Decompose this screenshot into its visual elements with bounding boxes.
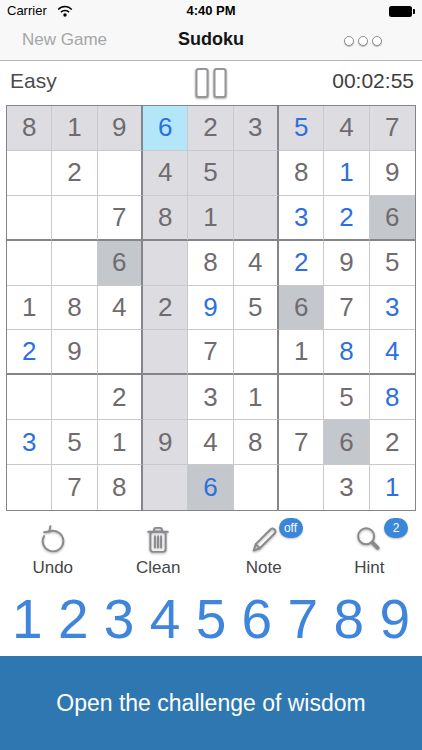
cell-r7c6[interactable]: 1 [234,375,279,420]
numpad-6[interactable]: 6 [242,586,273,652]
undo-label: Undo [32,558,73,578]
hint-button[interactable]: 2 Hint [317,518,422,586]
cell-r8c2[interactable]: 5 [52,420,97,465]
cell-r7c9[interactable]: 8 [370,375,415,420]
cell-r7c1[interactable] [7,375,52,420]
pause-icon [196,68,209,98]
cell-r2c5[interactable]: 5 [188,151,233,196]
pause-button[interactable] [196,68,227,98]
cell-r3c5[interactable]: 1 [188,196,233,241]
cell-r9c3[interactable]: 8 [98,465,143,510]
cell-r6c2[interactable]: 9 [52,330,97,375]
cell-r5c3[interactable]: 4 [98,286,143,331]
cell-r3c9[interactable]: 6 [370,196,415,241]
clean-label: Clean [136,558,180,578]
note-badge: off [279,518,303,538]
cell-r3c2[interactable] [52,196,97,241]
note-label: Note [246,558,282,578]
game-bar: Easy 00:02:55 [0,61,422,105]
cell-r7c2[interactable] [52,375,97,420]
cell-r6c8[interactable]: 8 [324,330,369,375]
cell-r2c4[interactable]: 4 [143,151,188,196]
cell-r3c6[interactable] [234,196,279,241]
cell-r2c3[interactable] [98,151,143,196]
cell-r6c7[interactable]: 1 [279,330,324,375]
cell-r8c6[interactable]: 8 [234,420,279,465]
promo-banner-text: Open the challenge of wisdom [56,690,365,717]
cell-r4c4[interactable] [143,241,188,286]
cell-r9c8[interactable]: 3 [324,465,369,510]
cell-r5c4[interactable]: 2 [143,286,188,331]
cell-r1c6[interactable]: 3 [234,106,279,151]
note-button[interactable]: off Note [211,518,317,586]
trash-icon [143,524,173,556]
cell-r6c5[interactable]: 7 [188,330,233,375]
hint-badge: 2 [384,518,408,538]
cell-r4c7[interactable]: 2 [279,241,324,286]
cell-r2c6[interactable] [234,151,279,196]
cell-r8c9[interactable]: 2 [370,420,415,465]
cell-r4c2[interactable] [52,241,97,286]
timer-label: 00:02:55 [332,69,414,93]
magnifier-icon [353,524,385,556]
cell-r4c1[interactable] [7,241,52,286]
undo-button[interactable]: Undo [0,518,106,586]
pencil-icon [248,524,280,556]
cell-r1c2[interactable]: 1 [52,106,97,151]
cell-r6c6[interactable] [234,330,279,375]
cell-r2c7[interactable]: 8 [279,151,324,196]
cell-r2c2[interactable]: 2 [52,151,97,196]
numpad-4[interactable]: 4 [150,586,181,652]
cell-r2c1[interactable] [7,151,52,196]
cell-r5c1[interactable]: 1 [7,286,52,331]
sudoku-app: Carrier 4:40 PM New Game Sudoku Easy 00:… [0,0,422,750]
cell-r8c5[interactable]: 4 [188,420,233,465]
cell-r8c8[interactable]: 6 [324,420,369,465]
cell-r9c7[interactable] [279,465,324,510]
cell-r1c9[interactable]: 7 [370,106,415,151]
cell-r5c6[interactable]: 5 [234,286,279,331]
cell-r3c7[interactable]: 3 [279,196,324,241]
cell-r4c3[interactable]: 6 [98,241,143,286]
cell-r7c4[interactable] [143,375,188,420]
cell-r9c6[interactable] [234,465,279,510]
cell-r8c7[interactable]: 7 [279,420,324,465]
cell-r7c3[interactable]: 2 [98,375,143,420]
battery-icon [389,6,412,17]
cell-r3c8[interactable]: 2 [324,196,369,241]
cell-r5c8[interactable]: 7 [324,286,369,331]
cell-r6c9[interactable]: 4 [370,330,415,375]
status-time: 4:40 PM [0,3,422,18]
cell-r2c9[interactable]: 9 [370,151,415,196]
numpad-1[interactable]: 1 [12,586,43,652]
cell-r6c3[interactable] [98,330,143,375]
cell-r7c8[interactable]: 5 [324,375,369,420]
cell-r1c7[interactable]: 5 [279,106,324,151]
cell-r2c8[interactable]: 1 [324,151,369,196]
cell-r3c3[interactable]: 7 [98,196,143,241]
cell-r4c9[interactable]: 5 [370,241,415,286]
cell-r1c3[interactable]: 9 [98,106,143,151]
difficulty-label: Easy [10,69,57,93]
cell-r5c9[interactable]: 3 [370,286,415,331]
cell-r1c5[interactable]: 2 [188,106,233,151]
undo-icon [37,524,69,556]
cell-r1c1[interactable]: 8 [7,106,52,151]
numpad-8[interactable]: 8 [333,586,364,652]
cell-r8c1[interactable]: 3 [7,420,52,465]
numpad-7[interactable]: 7 [288,586,319,652]
cell-r9c1[interactable] [7,465,52,510]
clean-button[interactable]: Clean [106,518,212,586]
nav-bar: New Game Sudoku [0,21,422,61]
cell-r6c4[interactable] [143,330,188,375]
cell-r6c1[interactable]: 2 [7,330,52,375]
numpad-3[interactable]: 3 [104,586,135,652]
numpad-2[interactable]: 2 [58,586,89,652]
cell-r7c5[interactable]: 3 [188,375,233,420]
cell-r9c9[interactable]: 1 [370,465,415,510]
cell-r3c4[interactable]: 8 [143,196,188,241]
numpad-5[interactable]: 5 [196,586,227,652]
status-bar: Carrier 4:40 PM [0,0,422,21]
cell-r9c5[interactable]: 6 [188,465,233,510]
cell-r4c6[interactable]: 4 [234,241,279,286]
cell-r1c8[interactable]: 4 [324,106,369,151]
toolbar: Undo Clean off Note 2 Hint [0,518,422,586]
cell-r7c7[interactable] [279,375,324,420]
cell-r9c4[interactable] [143,465,188,510]
cell-r1c4[interactable]: 6 [143,106,188,151]
cell-r5c5[interactable]: 9 [188,286,233,331]
cell-r4c5[interactable]: 8 [188,241,233,286]
cell-r5c2[interactable]: 8 [52,286,97,331]
pause-icon [214,68,227,98]
cell-r3c1[interactable] [7,196,52,241]
cell-r8c3[interactable]: 1 [98,420,143,465]
ellipsis-icon[interactable] [344,36,382,46]
cell-r4c8[interactable]: 9 [324,241,369,286]
sudoku-board: 8196235472458197813266842951842956732971… [6,105,416,511]
cell-r8c4[interactable]: 9 [143,420,188,465]
cell-r9c2[interactable]: 7 [52,465,97,510]
hint-label: Hint [354,558,384,578]
number-pad: 123456789 [0,586,422,652]
numpad-9[interactable]: 9 [379,586,410,652]
promo-banner[interactable]: Open the challenge of wisdom [0,656,422,750]
cell-r5c7[interactable]: 6 [279,286,324,331]
